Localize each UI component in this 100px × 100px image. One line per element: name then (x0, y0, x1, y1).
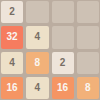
tile-8-r4-c4: 8 (77, 77, 99, 99)
empty-cell-r2-c4 (77, 26, 99, 48)
board-2048[interactable]: 2324482164168 (0, 0, 100, 100)
tile-16-r4-c1: 16 (1, 77, 23, 99)
tile-4-r3-c1: 4 (1, 52, 23, 74)
tile-4-r2-c2: 4 (26, 26, 48, 48)
tile-2-r1-c1: 2 (1, 1, 23, 23)
empty-cell-r3-c4 (77, 52, 99, 74)
tile-16-r4-c3: 16 (52, 77, 74, 99)
empty-cell-r1-c3 (52, 1, 74, 23)
empty-cell-r2-c3 (52, 26, 74, 48)
empty-cell-r1-c4 (77, 1, 99, 23)
tile-4-r4-c2: 4 (26, 77, 48, 99)
empty-cell-r1-c2 (26, 1, 48, 23)
tile-2-r3-c3: 2 (52, 52, 74, 74)
tile-32-r2-c1: 32 (1, 26, 23, 48)
tile-8-r3-c2: 8 (26, 52, 48, 74)
